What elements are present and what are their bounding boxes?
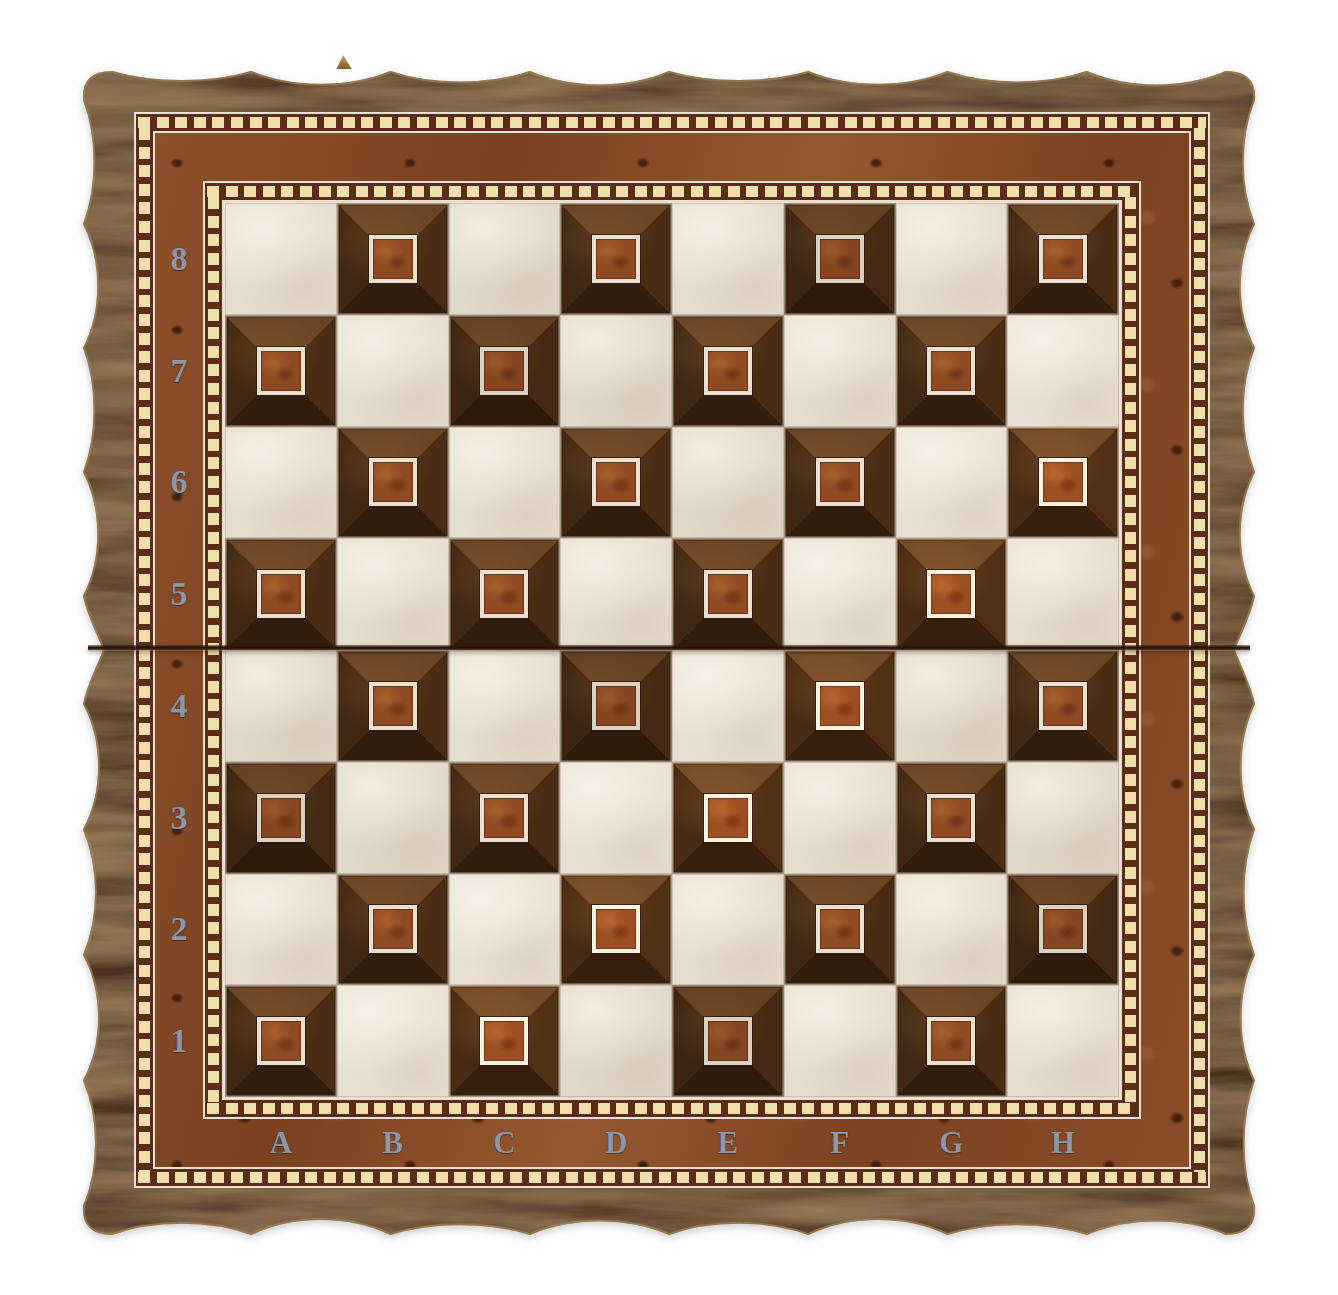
file-label-h: H (1007, 1119, 1119, 1167)
square-b8 (337, 203, 449, 315)
square-e1 (672, 985, 784, 1097)
square-g5 (896, 538, 1008, 650)
square-h8 (1007, 203, 1119, 315)
square-f2 (784, 874, 896, 986)
file-label-d: D (560, 1119, 672, 1167)
square-c8 (449, 203, 561, 315)
file-label-g: G (896, 1119, 1008, 1167)
square-c4 (449, 650, 561, 762)
square-e4 (672, 650, 784, 762)
square-e8 (672, 203, 784, 315)
square-h4 (1007, 650, 1119, 762)
square-b3 (337, 762, 449, 874)
square-d5 (560, 538, 672, 650)
square-d2 (560, 874, 672, 986)
rank-label-2: 2 (155, 874, 203, 986)
square-a1 (225, 985, 337, 1097)
square-c1 (449, 985, 561, 1097)
square-d3 (560, 762, 672, 874)
square-d6 (560, 427, 672, 539)
file-labels: ABCDEFGH (225, 1119, 1119, 1167)
square-b2 (337, 874, 449, 986)
square-f1 (784, 985, 896, 1097)
file-label-a: A (225, 1119, 337, 1167)
file-label-e: E (672, 1119, 784, 1167)
file-label-c: C (449, 1119, 561, 1167)
rank-label-5: 5 (155, 538, 203, 650)
square-c2 (449, 874, 561, 986)
square-h6 (1007, 427, 1119, 539)
square-a7 (225, 315, 337, 427)
square-a4 (225, 650, 337, 762)
square-f6 (784, 427, 896, 539)
square-c7 (449, 315, 561, 427)
square-g6 (896, 427, 1008, 539)
square-a6 (225, 427, 337, 539)
square-b1 (337, 985, 449, 1097)
square-h1 (1007, 985, 1119, 1097)
square-h7 (1007, 315, 1119, 427)
square-e5 (672, 538, 784, 650)
square-d4 (560, 650, 672, 762)
rank-label-3: 3 (155, 762, 203, 874)
rank-label-1: 1 (155, 985, 203, 1097)
square-b7 (337, 315, 449, 427)
square-f5 (784, 538, 896, 650)
square-g4 (896, 650, 1008, 762)
square-h2 (1007, 874, 1119, 986)
square-a2 (225, 874, 337, 986)
square-e2 (672, 874, 784, 986)
square-c6 (449, 427, 561, 539)
dotted-strip-top (138, 117, 1206, 128)
dotted-strip-top (207, 186, 1137, 197)
rank-label-4: 4 (155, 650, 203, 762)
square-b4 (337, 650, 449, 762)
square-c5 (449, 538, 561, 650)
square-b5 (337, 538, 449, 650)
square-f4 (784, 650, 896, 762)
rank-label-8: 8 (155, 203, 203, 315)
square-f8 (784, 203, 896, 315)
square-d1 (560, 985, 672, 1097)
file-label-b: B (337, 1119, 449, 1167)
square-e7 (672, 315, 784, 427)
square-e6 (672, 427, 784, 539)
fold-seam (88, 645, 1250, 651)
file-label-f: F (784, 1119, 896, 1167)
square-a8 (225, 203, 337, 315)
square-g8 (896, 203, 1008, 315)
square-b6 (337, 427, 449, 539)
square-a5 (225, 538, 337, 650)
square-f3 (784, 762, 896, 874)
square-g7 (896, 315, 1008, 427)
dotted-strip-bottom (138, 1172, 1206, 1183)
square-d8 (560, 203, 672, 315)
square-g3 (896, 762, 1008, 874)
rank-label-6: 6 (155, 427, 203, 539)
square-c3 (449, 762, 561, 874)
square-h3 (1007, 762, 1119, 874)
square-e3 (672, 762, 784, 874)
rank-label-7: 7 (155, 315, 203, 427)
chessboard-photo: 87654321 ABCDEFGH (0, 0, 1338, 1295)
dotted-strip-bottom (207, 1103, 1137, 1114)
square-g2 (896, 874, 1008, 986)
square-g1 (896, 985, 1008, 1097)
square-h5 (1007, 538, 1119, 650)
square-a3 (225, 762, 337, 874)
square-f7 (784, 315, 896, 427)
square-d7 (560, 315, 672, 427)
